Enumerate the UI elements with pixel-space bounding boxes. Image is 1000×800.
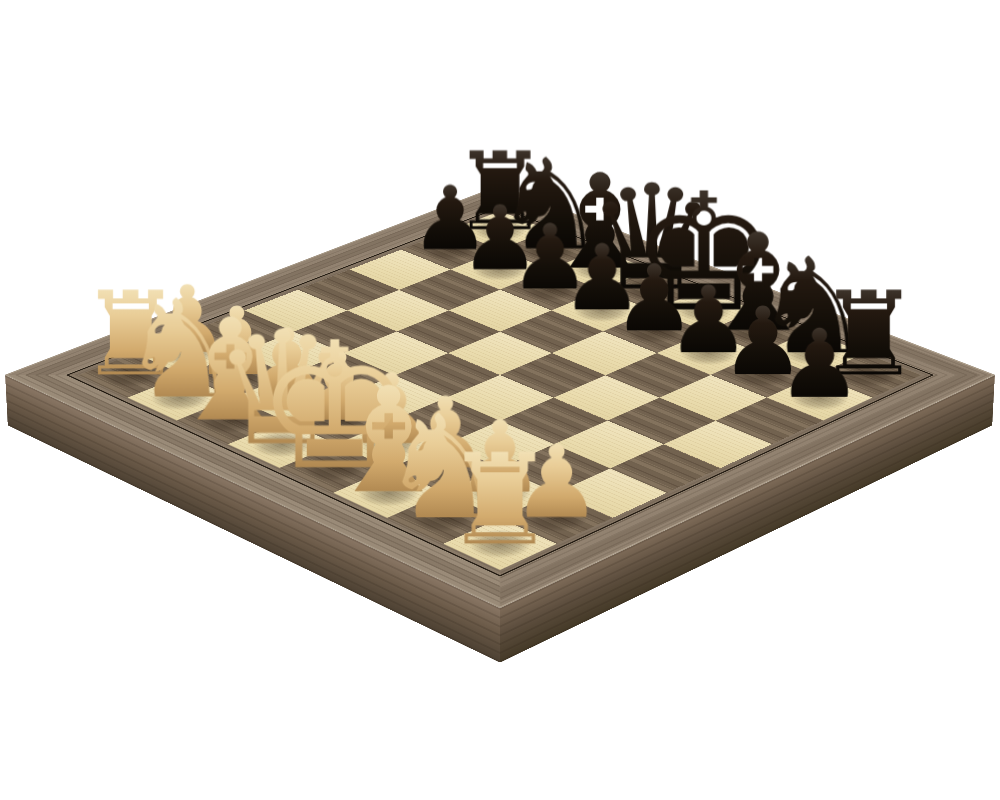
chess-board: ♜♞♝♛♚♝♞♜♟♟♟♟♟♟♟♟♟♟♟♟♟♟♟♟♜♞♝♛♚♝♞♜ xyxy=(5,185,995,608)
product-photo-scene: ♜♞♝♛♚♝♞♜♟♟♟♟♟♟♟♟♟♟♟♟♟♟♟♟♜♞♝♛♚♝♞♜ xyxy=(0,0,1000,800)
piece-black-pawn-h7: ♟ xyxy=(739,317,901,412)
piece-white-rook-h1: ♜ xyxy=(413,437,586,563)
